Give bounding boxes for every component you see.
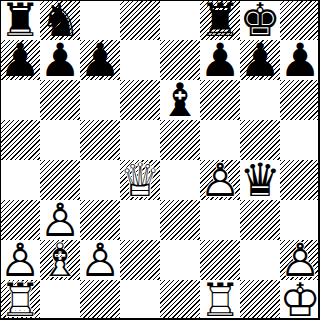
square-d8[interactable] — [120, 0, 160, 40]
white-king-icon: ♔ — [280, 280, 320, 320]
white-rook-icon: ♖ — [0, 280, 40, 320]
square-f1[interactable]: ♜♖ — [200, 280, 240, 320]
square-b5[interactable] — [40, 120, 80, 160]
black-pawn-icon: ♟ — [80, 40, 120, 80]
square-b7[interactable]: ♟ — [40, 40, 80, 80]
square-a5[interactable] — [0, 120, 40, 160]
square-g1[interactable] — [240, 280, 280, 320]
square-e6[interactable]: ♝ — [160, 80, 200, 120]
square-e8[interactable] — [160, 0, 200, 40]
square-c5[interactable] — [80, 120, 120, 160]
white-pawn-icon: ♙ — [80, 240, 120, 280]
square-e4[interactable] — [160, 160, 200, 200]
square-c4[interactable] — [80, 160, 120, 200]
white-bishop-icon: ♗ — [40, 240, 80, 280]
chess-board: ♜♞♜♚♟♟♟♟♟♟♝♛♕♟♙♛♟♙♟♙♝♗♟♙♟♙♜♖♜♖♚♔ — [0, 0, 320, 320]
square-d1[interactable] — [120, 280, 160, 320]
square-a4[interactable] — [0, 160, 40, 200]
square-e2[interactable] — [160, 240, 200, 280]
square-f4[interactable]: ♟♙ — [200, 160, 240, 200]
black-bishop-icon: ♝ — [160, 80, 200, 120]
square-d2[interactable] — [120, 240, 160, 280]
white-rook-icon: ♖ — [200, 280, 240, 320]
square-h5[interactable] — [280, 120, 320, 160]
white-pawn-icon: ♙ — [200, 160, 240, 200]
black-pawn-icon: ♟ — [40, 40, 80, 80]
square-c7[interactable]: ♟ — [80, 40, 120, 80]
square-h4[interactable] — [280, 160, 320, 200]
square-a7[interactable]: ♟ — [0, 40, 40, 80]
square-e3[interactable] — [160, 200, 200, 240]
square-b2[interactable]: ♝♗ — [40, 240, 80, 280]
square-a1[interactable]: ♜♖ — [0, 280, 40, 320]
square-d6[interactable] — [120, 80, 160, 120]
square-d4[interactable]: ♛♕ — [120, 160, 160, 200]
black-pawn-icon: ♟ — [280, 40, 320, 80]
black-pawn-icon: ♟ — [0, 40, 40, 80]
white-queen-icon: ♕ — [120, 160, 160, 200]
black-queen-icon: ♛ — [240, 160, 280, 200]
square-d7[interactable] — [120, 40, 160, 80]
square-c2[interactable]: ♟♙ — [80, 240, 120, 280]
square-h7[interactable]: ♟ — [280, 40, 320, 80]
square-f7[interactable]: ♟ — [200, 40, 240, 80]
square-h1[interactable]: ♚♔ — [280, 280, 320, 320]
black-pawn-icon: ♟ — [200, 40, 240, 80]
black-pawn-icon: ♟ — [240, 40, 280, 80]
square-g4[interactable]: ♛ — [240, 160, 280, 200]
square-g7[interactable]: ♟ — [240, 40, 280, 80]
square-e1[interactable] — [160, 280, 200, 320]
square-g2[interactable] — [240, 240, 280, 280]
